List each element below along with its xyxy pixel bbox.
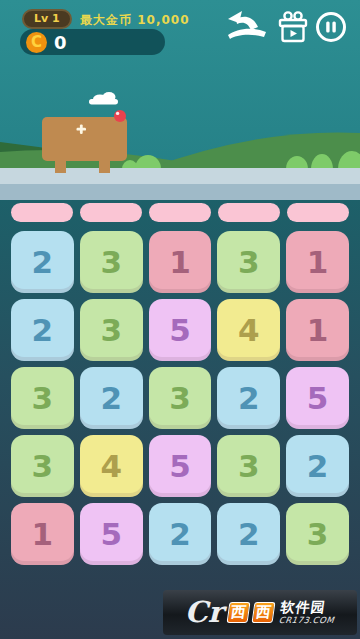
tile-r5c4[interactable]: 2 [217, 503, 280, 565]
slot-pill-3 [149, 203, 211, 222]
tile-r3c5[interactable]: 5 [286, 367, 349, 429]
tile-r5c3[interactable]: 2 [149, 503, 212, 565]
tile-r5c5[interactable]: 3 [286, 503, 349, 565]
pause-button[interactable] [314, 10, 348, 44]
ground-light [0, 168, 360, 184]
coin-icon: C [26, 32, 47, 53]
tile-r5c2[interactable]: 5 [80, 503, 143, 565]
tile-r5c1[interactable]: 1 [11, 503, 74, 565]
board-panel: 2313123541323253453215223 [0, 200, 360, 639]
max-coins-label: 最大金币 [80, 13, 132, 27]
tile-r4c5[interactable]: 2 [286, 435, 349, 497]
slot-pill-5 [287, 203, 349, 222]
slot-row [11, 203, 349, 222]
watermark-logo: Cr [185, 598, 223, 627]
tile-r3c3[interactable]: 3 [149, 367, 212, 429]
tile-r4c3[interactable]: 5 [149, 435, 212, 497]
coin-count: 0 [54, 32, 67, 53]
tile-r2c1[interactable]: 2 [11, 299, 74, 361]
watermark: Cr 西 西 软件园 CR173.COM [163, 590, 357, 635]
max-coins-value: 10,000 [137, 13, 189, 27]
watermark-box2: 西 [252, 602, 276, 623]
watermark-box1: 西 [227, 602, 251, 623]
tile-r1c4[interactable]: 3 [217, 231, 280, 293]
tile-r2c2[interactable]: 3 [80, 299, 143, 361]
tile-r2c5[interactable]: 1 [286, 299, 349, 361]
tile-grid: 2313123541323253453215223 [11, 231, 349, 565]
tile-r3c4[interactable]: 2 [217, 367, 280, 429]
watermark-site-url: CR173.COM [278, 615, 335, 625]
tile-r1c1[interactable]: 2 [11, 231, 74, 293]
slot-pill-4 [218, 203, 280, 222]
tile-r3c2[interactable]: 2 [80, 367, 143, 429]
tile-r1c2[interactable]: 3 [80, 231, 143, 293]
tile-r4c4[interactable]: 3 [217, 435, 280, 497]
slot-pill-2 [80, 203, 142, 222]
watermark-site-name: 软件园 [280, 600, 327, 615]
tile-r2c3[interactable]: 5 [149, 299, 212, 361]
red-ball [114, 110, 126, 122]
tile-r1c3[interactable]: 1 [149, 231, 212, 293]
tile-r4c1[interactable]: 3 [11, 435, 74, 497]
tile-r3c1[interactable]: 3 [11, 367, 74, 429]
tile-r2c4[interactable]: 4 [217, 299, 280, 361]
tile-r1c5[interactable]: 1 [286, 231, 349, 293]
coin-counter: C 0 [20, 29, 165, 55]
hud-icons [222, 10, 348, 46]
gift-video-icon[interactable] [276, 10, 310, 46]
slot-pill-1 [11, 203, 73, 222]
max-coins-text: 最大金币 10,000 [80, 12, 190, 29]
hand-arrow-icon[interactable] [226, 10, 272, 44]
level-badge: Lv 1 [22, 9, 72, 29]
ground-dark [0, 184, 360, 200]
game-screen: Lv 1 最大金币 10,000 C 0 [0, 0, 360, 639]
tile-r4c2[interactable]: 4 [80, 435, 143, 497]
